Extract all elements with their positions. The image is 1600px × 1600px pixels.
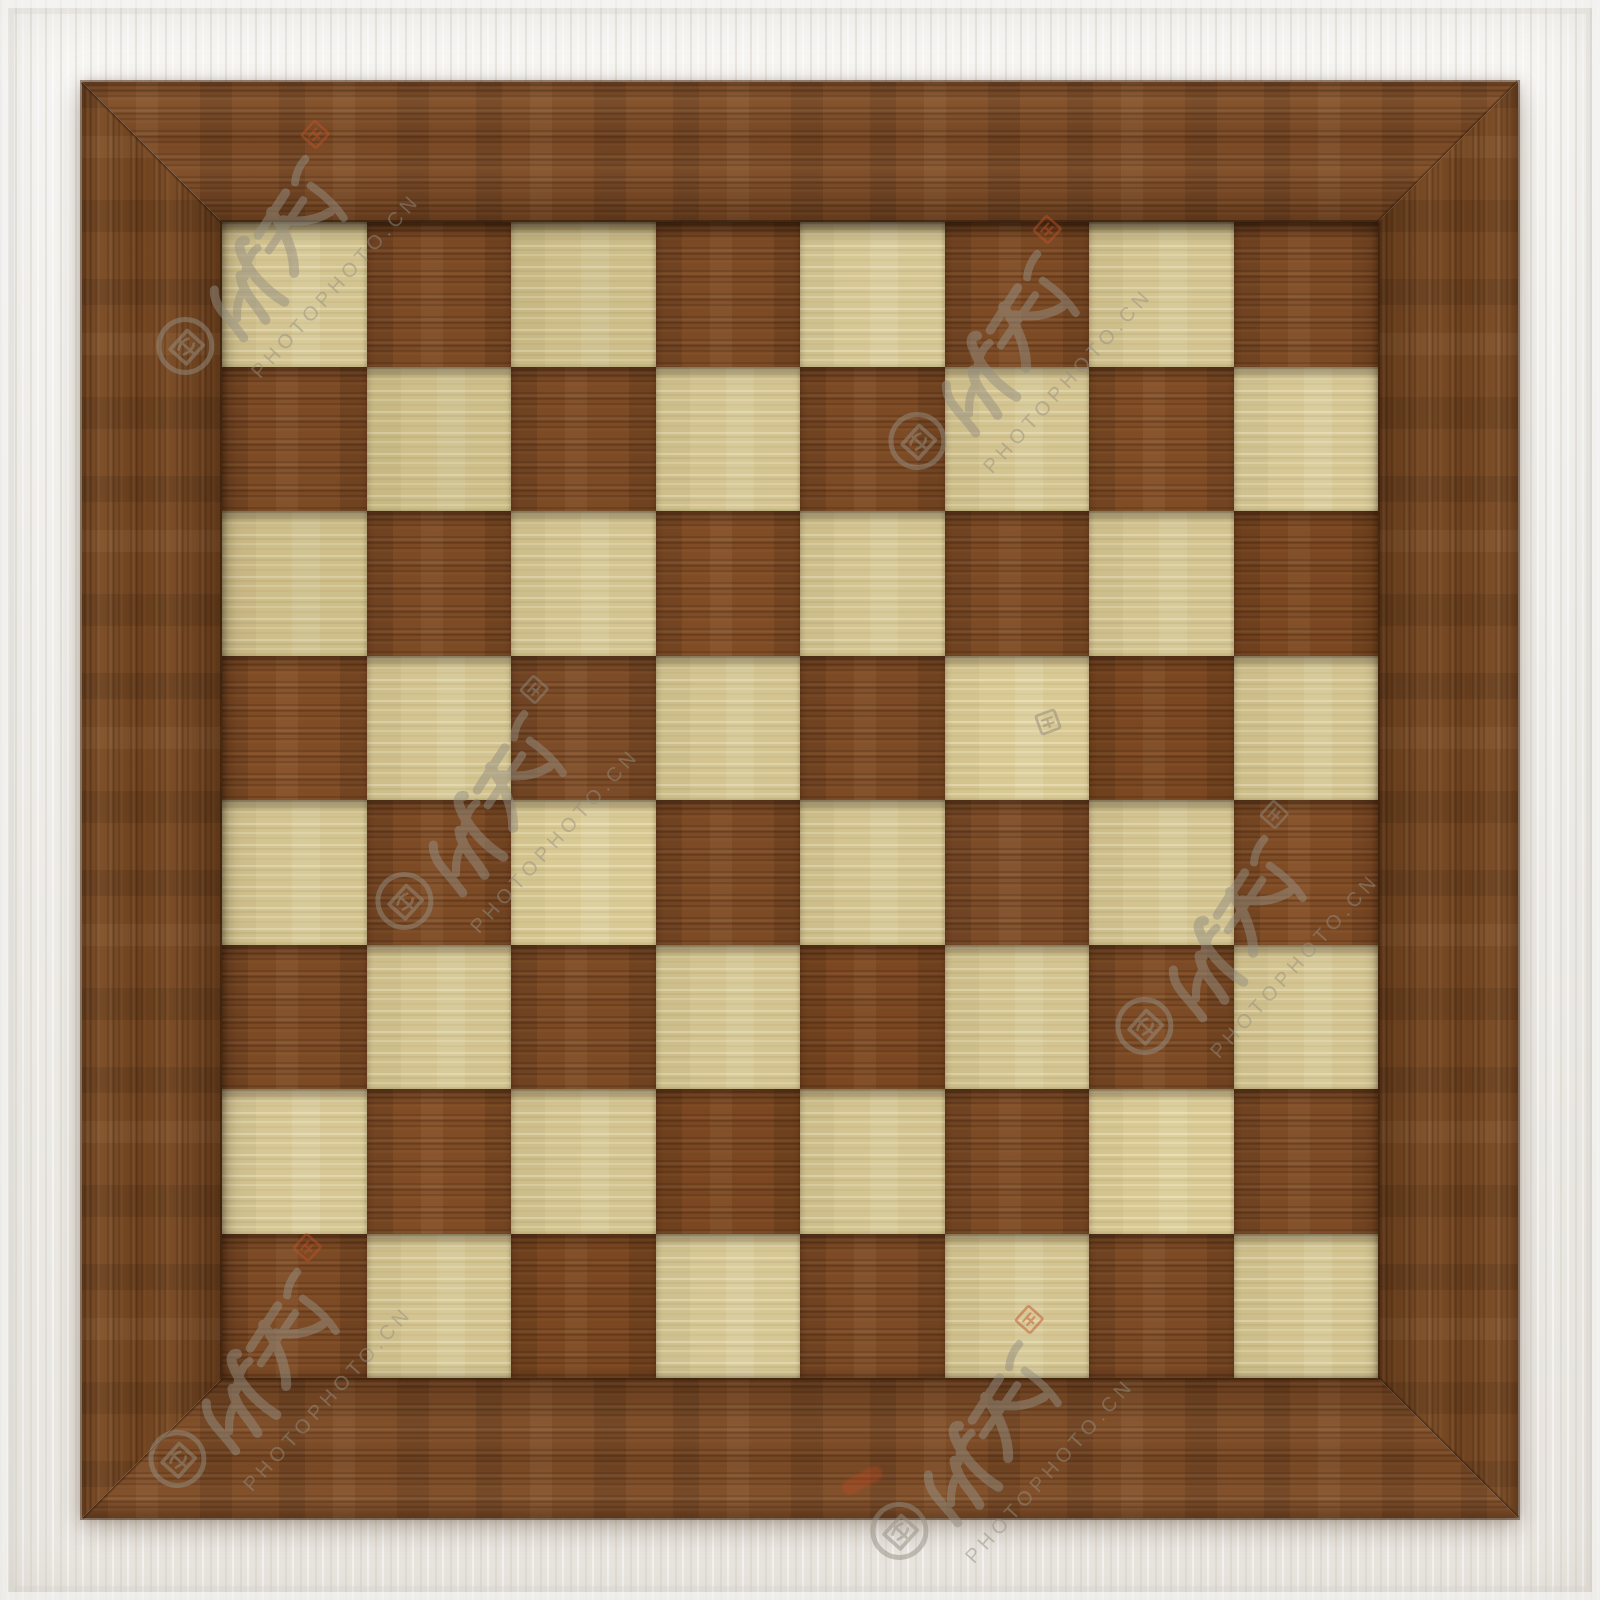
- square-e7[interactable]: [800, 367, 945, 512]
- square-c2[interactable]: [511, 1089, 656, 1234]
- square-b3[interactable]: [367, 945, 512, 1090]
- square-a4[interactable]: [222, 800, 367, 945]
- square-a5[interactable]: [222, 656, 367, 801]
- square-e3[interactable]: [800, 945, 945, 1090]
- frame-rail-left: [82, 82, 222, 1518]
- square-f4[interactable]: [945, 800, 1090, 945]
- square-e2[interactable]: [800, 1089, 945, 1234]
- square-e6[interactable]: [800, 511, 945, 656]
- square-h6[interactable]: [1234, 511, 1379, 656]
- square-f8[interactable]: [945, 222, 1090, 367]
- square-f1[interactable]: [945, 1234, 1090, 1379]
- square-g3[interactable]: [1089, 945, 1234, 1090]
- square-d8[interactable]: [656, 222, 801, 367]
- square-f5[interactable]: [945, 656, 1090, 801]
- square-c5[interactable]: [511, 656, 656, 801]
- square-f6[interactable]: [945, 511, 1090, 656]
- square-b7[interactable]: [367, 367, 512, 512]
- square-b4[interactable]: [367, 800, 512, 945]
- square-h2[interactable]: [1234, 1089, 1379, 1234]
- square-a7[interactable]: [222, 367, 367, 512]
- square-d5[interactable]: [656, 656, 801, 801]
- square-h7[interactable]: [1234, 367, 1379, 512]
- square-a1[interactable]: [222, 1234, 367, 1379]
- stock-image-canvas: PHOTOPHOTO.CN: [0, 0, 1600, 1600]
- frame-rail-bottom: [82, 1378, 1518, 1518]
- square-g7[interactable]: [1089, 367, 1234, 512]
- square-a3[interactable]: [222, 945, 367, 1090]
- square-e4[interactable]: [800, 800, 945, 945]
- square-g4[interactable]: [1089, 800, 1234, 945]
- square-h4[interactable]: [1234, 800, 1379, 945]
- square-h3[interactable]: [1234, 945, 1379, 1090]
- square-f2[interactable]: [945, 1089, 1090, 1234]
- square-d3[interactable]: [656, 945, 801, 1090]
- square-c6[interactable]: [511, 511, 656, 656]
- square-e1[interactable]: [800, 1234, 945, 1379]
- square-a6[interactable]: [222, 511, 367, 656]
- square-g2[interactable]: [1089, 1089, 1234, 1234]
- square-e5[interactable]: [800, 656, 945, 801]
- square-h5[interactable]: [1234, 656, 1379, 801]
- frame-rail-right: [1378, 82, 1518, 1518]
- square-b8[interactable]: [367, 222, 512, 367]
- square-h8[interactable]: [1234, 222, 1379, 367]
- square-d1[interactable]: [656, 1234, 801, 1379]
- square-f7[interactable]: [945, 367, 1090, 512]
- square-a2[interactable]: [222, 1089, 367, 1234]
- chess-board: [222, 222, 1378, 1378]
- square-b5[interactable]: [367, 656, 512, 801]
- square-e8[interactable]: [800, 222, 945, 367]
- square-b6[interactable]: [367, 511, 512, 656]
- square-b1[interactable]: [367, 1234, 512, 1379]
- square-d2[interactable]: [656, 1089, 801, 1234]
- square-c7[interactable]: [511, 367, 656, 512]
- square-c4[interactable]: [511, 800, 656, 945]
- square-f3[interactable]: [945, 945, 1090, 1090]
- frame-rail-top: [82, 82, 1518, 222]
- square-a8[interactable]: [222, 222, 367, 367]
- square-g1[interactable]: [1089, 1234, 1234, 1379]
- square-d6[interactable]: [656, 511, 801, 656]
- square-c8[interactable]: [511, 222, 656, 367]
- square-h1[interactable]: [1234, 1234, 1379, 1379]
- square-b2[interactable]: [367, 1089, 512, 1234]
- square-g6[interactable]: [1089, 511, 1234, 656]
- square-c1[interactable]: [511, 1234, 656, 1379]
- square-g8[interactable]: [1089, 222, 1234, 367]
- square-c3[interactable]: [511, 945, 656, 1090]
- square-d7[interactable]: [656, 367, 801, 512]
- square-d4[interactable]: [656, 800, 801, 945]
- square-g5[interactable]: [1089, 656, 1234, 801]
